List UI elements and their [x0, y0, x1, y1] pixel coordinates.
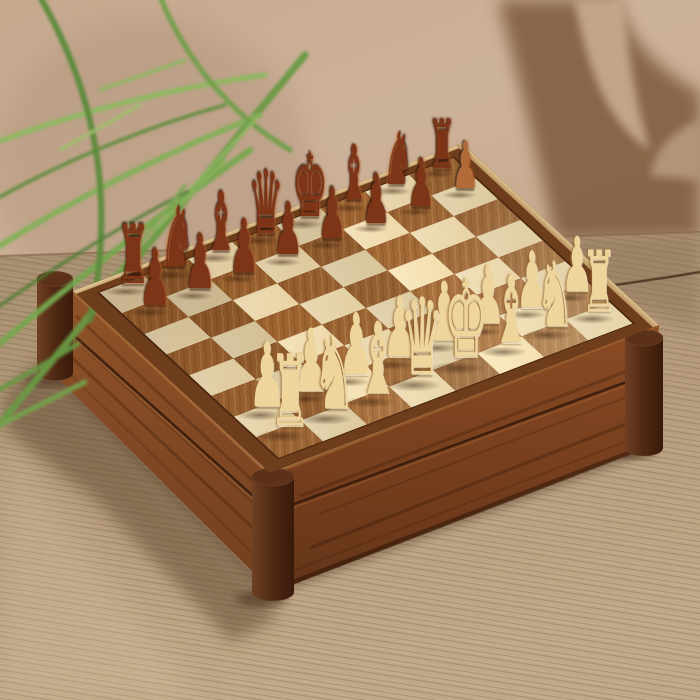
piece-black-pawn-e7[interactable]: ♟: [317, 179, 346, 249]
piece-white-queen-d1[interactable]: ♛: [400, 284, 444, 391]
piece-black-pawn-g7[interactable]: ♟: [407, 150, 435, 217]
piece-black-pawn-b7[interactable]: ♟: [184, 224, 216, 300]
piece-black-pawn-f7[interactable]: ♟: [362, 165, 391, 234]
piece-white-knight-b1[interactable]: ♞: [313, 323, 355, 424]
piece-white-rook-a1[interactable]: ♜: [269, 343, 310, 441]
piece-black-pawn-c7[interactable]: ♟: [228, 209, 259, 283]
piece-black-pawn-a7[interactable]: ♟: [139, 239, 171, 317]
piece-white-rook-h1[interactable]: ♜: [581, 239, 616, 323]
pieces-layer: ♜♞♝♛♚♝♞♜♟♟♟♟♟♟♟♟♟♟♟♟♟♟♟♟♜♞♝♛♚♝♞♜: [0, 0, 700, 700]
piece-black-pawn-h7[interactable]: ♟: [451, 135, 478, 200]
photo-scene: ♜♞♝♛♚♝♞♜♟♟♟♟♟♟♟♟♟♟♟♟♟♟♟♟♜♞♝♛♚♝♞♜: [0, 0, 700, 700]
piece-white-bishop-f1[interactable]: ♝: [491, 264, 530, 357]
piece-white-king-e1[interactable]: ♚: [444, 267, 489, 374]
piece-black-pawn-d7[interactable]: ♟: [273, 195, 303, 267]
piece-white-bishop-c1[interactable]: ♝: [357, 308, 398, 407]
piece-white-knight-g1[interactable]: ♞: [536, 249, 574, 340]
